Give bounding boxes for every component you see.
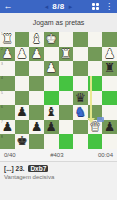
board-square[interactable]: [29, 105, 44, 120]
board-square[interactable]: [44, 76, 59, 91]
chess-piece-wB[interactable]: ♝: [29, 32, 44, 47]
chess-piece-bB[interactable]: ♝: [44, 105, 59, 120]
puzzle-number: #403: [50, 152, 63, 158]
chess-piece-bQ[interactable]: ♛: [73, 91, 88, 106]
board-square[interactable]: [102, 91, 117, 106]
board-square[interactable]: 4: [0, 76, 15, 91]
board-square[interactable]: [29, 76, 44, 91]
chess-piece-wP[interactable]: ♟: [15, 47, 30, 62]
timer: 00:04: [98, 152, 113, 158]
last-move-arrow-line: [90, 76, 92, 118]
board-square[interactable]: [73, 134, 88, 149]
board-square[interactable]: [44, 134, 59, 149]
board-square[interactable]: [102, 32, 117, 47]
last-move-target-marker: [97, 117, 104, 122]
board-square[interactable]: [59, 76, 74, 91]
back-icon[interactable]: ←: [0, 0, 16, 13]
board-square[interactable]: [29, 61, 44, 76]
chess-piece-wR[interactable]: ♜: [59, 47, 74, 62]
rank-label: 6: [1, 105, 3, 109]
chess-piece-wR[interactable]: ♜: [0, 32, 15, 47]
chess-piece-wP[interactable]: ♟: [44, 61, 59, 76]
board-square[interactable]: [73, 47, 88, 62]
chess-piece-bP[interactable]: ♟: [15, 105, 30, 120]
board-square[interactable]: [59, 120, 74, 135]
board-square[interactable]: [73, 76, 88, 91]
chess-piece-wP[interactable]: ♟: [29, 47, 44, 62]
board-square[interactable]: [15, 32, 30, 47]
chess-piece-sN[interactable]: ♞: [73, 105, 88, 120]
board-square[interactable]: 5: [0, 91, 15, 106]
board-square[interactable]: [102, 76, 117, 91]
board-square[interactable]: ♟: [44, 61, 59, 76]
chess-piece-bR[interactable]: ♜: [102, 61, 117, 76]
board-square[interactable]: ♜: [102, 61, 117, 76]
chess-piece-bP[interactable]: ♟: [29, 120, 44, 135]
rank-label: 3: [1, 62, 3, 66]
board-square[interactable]: [44, 47, 59, 62]
board-square[interactable]: 1♜: [0, 32, 15, 47]
board-square[interactable]: ♟: [102, 47, 117, 62]
appbar-actions: ⋮: [92, 0, 117, 13]
board-square[interactable]: 2♟: [0, 47, 15, 62]
board-square[interactable]: 8: [0, 134, 15, 149]
board-square[interactable]: ♜: [59, 47, 74, 62]
stats-bar: 0/40 #403 00:04: [0, 149, 117, 162]
puzzle-counter: 8/8: [52, 2, 65, 11]
board-square[interactable]: [15, 120, 30, 135]
chess-piece-bP[interactable]: ♟: [44, 120, 59, 135]
chess-piece-wK[interactable]: ♚: [44, 32, 59, 47]
next-puzzle-icon[interactable]: ▸: [69, 0, 73, 13]
board-area: 1♜♝♚2♟♟♟♜♟3♟♜45♛6♟♝♞7♟♟♟♛♟8♚: [0, 32, 117, 149]
board-square[interactable]: [88, 61, 103, 76]
board-square[interactable]: [59, 32, 74, 47]
board-square[interactable]: [15, 76, 30, 91]
board-square[interactable]: ♟: [102, 120, 117, 135]
board-square[interactable]: ♟: [29, 120, 44, 135]
board-square[interactable]: ♚: [44, 32, 59, 47]
rank-label: 5: [1, 91, 3, 95]
board-square[interactable]: [15, 61, 30, 76]
overflow-menu-icon[interactable]: ⋮: [105, 0, 113, 13]
board-square[interactable]: [29, 134, 44, 149]
board-square[interactable]: [29, 91, 44, 106]
turn-banner: Jogam as pretas: [0, 13, 117, 32]
chess-piece-bK[interactable]: ♚: [15, 134, 30, 149]
board-square[interactable]: [88, 47, 103, 62]
app-bar: ← ◂ 8/8 ▸ ⋮: [0, 0, 117, 13]
board-square[interactable]: [73, 120, 88, 135]
move-list: [...] 23. Dxb7: [0, 162, 117, 172]
rank-label: 8: [1, 135, 3, 139]
board-square[interactable]: 3: [0, 61, 15, 76]
board-square[interactable]: ♟: [15, 47, 30, 62]
board-square[interactable]: [102, 105, 117, 120]
board-square[interactable]: [44, 91, 59, 106]
chess-piece-bP[interactable]: ♟: [0, 120, 15, 135]
board-square[interactable]: ♚: [15, 134, 30, 149]
board-square[interactable]: [102, 134, 117, 149]
board-square[interactable]: [59, 91, 74, 106]
move-prefix: [...] 23.: [4, 165, 25, 172]
score-counter: 0/40: [4, 152, 16, 158]
board-square[interactable]: [88, 134, 103, 149]
board-square[interactable]: [59, 61, 74, 76]
last-move-arrow-head: [87, 118, 95, 123]
chess-piece-wP[interactable]: ♟: [0, 47, 15, 62]
board-square[interactable]: ♝: [29, 32, 44, 47]
chess-piece-bP[interactable]: ♟: [102, 120, 117, 135]
board-square[interactable]: ♛: [73, 91, 88, 106]
chess-piece-wP[interactable]: ♟: [102, 47, 117, 62]
board-square[interactable]: [59, 134, 74, 149]
rank-label: 4: [1, 76, 3, 80]
board-square[interactable]: ♟: [29, 47, 44, 62]
board-square[interactable]: ♟: [15, 105, 30, 120]
board-square[interactable]: [73, 32, 88, 47]
board-square[interactable]: 7♟: [0, 120, 15, 135]
current-move-chip[interactable]: Dxb7: [28, 165, 48, 172]
evaluation-text: Vantagem decisiva: [0, 172, 117, 180]
board-square[interactable]: [73, 61, 88, 76]
board-square[interactable]: ♝: [44, 105, 59, 120]
prev-puzzle-icon[interactable]: ◂: [45, 0, 49, 13]
puzzle-grid-icon[interactable]: [92, 3, 99, 10]
board-square[interactable]: [88, 32, 103, 47]
board-square[interactable]: [15, 91, 30, 106]
board-square[interactable]: ♞: [73, 105, 88, 120]
chess-board[interactable]: 1♜♝♚2♟♟♟♜♟3♟♜45♛6♟♝♞7♟♟♟♛♟8♚: [0, 32, 117, 149]
board-square[interactable]: [59, 105, 74, 120]
board-square[interactable]: 6: [0, 105, 15, 120]
turn-text: Jogam as pretas: [33, 19, 85, 26]
board-square[interactable]: ♟: [44, 120, 59, 135]
